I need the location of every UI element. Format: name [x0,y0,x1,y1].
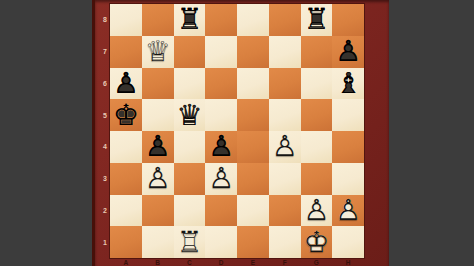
black-pawn-icon: ♟ [145,132,171,161]
square-c3[interactable] [174,163,206,195]
square-e8[interactable] [237,4,269,36]
square-g7[interactable] [301,36,333,68]
white-pawn-outline-icon: ♙ [272,132,298,161]
piece-black-rook-g8[interactable]: ♜♖ [301,4,333,36]
square-d6[interactable] [205,68,237,100]
white-king-icon: ♚ [303,228,329,257]
black-queen-outline-icon: ♕ [176,101,202,130]
white-pawn-icon: ♟ [272,132,298,161]
white-pawn-icon: ♟ [208,164,234,193]
white-pawn-icon: ♟ [145,164,171,193]
square-e5[interactable] [237,99,269,131]
square-g2[interactable]: ♟♙ [301,195,333,227]
square-d2[interactable] [205,195,237,227]
file-label-d: D [205,258,237,266]
square-h2[interactable]: ♟♙ [332,195,364,227]
rank-label-2: 2 [95,195,110,227]
piece-black-pawn-h7[interactable]: ♟♙ [332,36,364,68]
rank-label-5: 5 [95,99,110,131]
square-g4[interactable] [301,131,333,163]
black-rook-outline-icon: ♖ [303,5,329,34]
square-f2[interactable] [269,195,301,227]
square-c1[interactable]: ♜♖ [174,226,206,258]
square-b6[interactable] [142,68,174,100]
rank-label-3: 3 [95,163,110,195]
white-rook-outline-icon: ♖ [176,228,202,257]
piece-black-pawn-d4[interactable]: ♟♙ [205,131,237,163]
square-g5[interactable] [301,99,333,131]
square-f5[interactable] [269,99,301,131]
piece-white-pawn-d3[interactable]: ♟♙ [205,163,237,195]
black-rook-icon: ♜ [303,5,329,34]
square-d5[interactable] [205,99,237,131]
square-b7[interactable]: ♛♕ [142,36,174,68]
square-h5[interactable] [332,99,364,131]
black-pawn-icon: ♟ [113,69,139,98]
black-rook-outline-icon: ♖ [176,5,202,34]
square-e1[interactable] [237,226,269,258]
piece-white-pawn-g2[interactable]: ♟♙ [301,195,333,227]
piece-white-queen-b7[interactable]: ♛♕ [142,36,174,68]
rank-label-6: 6 [95,68,110,100]
square-d3[interactable]: ♟♙ [205,163,237,195]
black-pawn-outline-icon: ♙ [335,37,361,66]
video-letterbox-background: 87654321 ♜♖♜♖♛♕♟♙♟♙♝♗♚♔♛♕♟♙♟♙♟♙♟♙♟♙♟♙♟♙♜… [0,0,474,266]
square-b5[interactable] [142,99,174,131]
square-e4[interactable] [237,131,269,163]
rank-label-1: 1 [95,226,110,258]
square-a1[interactable] [110,226,142,258]
square-c6[interactable] [174,68,206,100]
black-bishop-icon: ♝ [335,69,361,98]
square-b8[interactable] [142,4,174,36]
file-label-g: G [301,258,333,266]
square-a7[interactable] [110,36,142,68]
square-a3[interactable] [110,163,142,195]
piece-white-rook-c1[interactable]: ♜♖ [174,226,206,258]
square-h3[interactable] [332,163,364,195]
square-b4[interactable]: ♟♙ [142,131,174,163]
white-rook-icon: ♜ [176,228,202,257]
square-a4[interactable] [110,131,142,163]
square-e3[interactable] [237,163,269,195]
square-d7[interactable] [205,36,237,68]
square-h4[interactable] [332,131,364,163]
file-label-e: E [237,258,269,266]
black-queen-icon: ♛ [176,101,202,130]
square-c4[interactable] [174,131,206,163]
square-c5[interactable]: ♛♕ [174,99,206,131]
chess-board[interactable]: ♜♖♜♖♛♕♟♙♟♙♝♗♚♔♛♕♟♙♟♙♟♙♟♙♟♙♟♙♟♙♜♖♚♔ [110,4,364,258]
file-label-a: A [110,258,142,266]
black-bishop-outline-icon: ♗ [335,69,361,98]
file-label-h: H [332,258,364,266]
square-e2[interactable] [237,195,269,227]
white-pawn-outline-icon: ♙ [303,196,329,225]
square-h7[interactable]: ♟♙ [332,36,364,68]
square-a2[interactable] [110,195,142,227]
square-h1[interactable] [332,226,364,258]
square-f8[interactable] [269,4,301,36]
square-c7[interactable] [174,36,206,68]
square-c2[interactable] [174,195,206,227]
square-b1[interactable] [142,226,174,258]
piece-white-pawn-h2[interactable]: ♟♙ [332,195,364,227]
square-d8[interactable] [205,4,237,36]
square-a6[interactable]: ♟♙ [110,68,142,100]
black-pawn-outline-icon: ♙ [145,132,171,161]
square-g3[interactable] [301,163,333,195]
square-h6[interactable]: ♝♗ [332,68,364,100]
black-pawn-icon: ♟ [335,37,361,66]
square-e6[interactable] [237,68,269,100]
white-pawn-outline-icon: ♙ [145,164,171,193]
square-a5[interactable]: ♚♔ [110,99,142,131]
rank-label-7: 7 [95,36,110,68]
square-f4[interactable]: ♟♙ [269,131,301,163]
file-label-c: C [174,258,206,266]
rank-label-8: 8 [95,4,110,36]
square-g8[interactable]: ♜♖ [301,4,333,36]
file-labels: ABCDEFGH [110,258,364,266]
black-king-outline-icon: ♔ [113,101,139,130]
white-queen-outline-icon: ♕ [145,37,171,66]
white-pawn-icon: ♟ [335,196,361,225]
piece-black-bishop-h6[interactable]: ♝♗ [332,68,364,100]
square-g1[interactable]: ♚♔ [301,226,333,258]
square-b2[interactable] [142,195,174,227]
piece-white-king-g1[interactable]: ♚♔ [301,226,333,258]
square-f3[interactable] [269,163,301,195]
square-b3[interactable]: ♟♙ [142,163,174,195]
rank-label-4: 4 [95,131,110,163]
square-e7[interactable] [237,36,269,68]
piece-white-pawn-b3[interactable]: ♟♙ [142,163,174,195]
square-g6[interactable] [301,68,333,100]
piece-black-queen-c5[interactable]: ♛♕ [174,99,206,131]
piece-white-pawn-f4[interactable]: ♟♙ [269,131,301,163]
piece-black-king-a5[interactable]: ♚♔ [110,99,142,131]
square-a8[interactable] [110,4,142,36]
square-d4[interactable]: ♟♙ [205,131,237,163]
black-rook-icon: ♜ [176,5,202,34]
black-king-icon: ♚ [113,101,139,130]
rank-labels: 87654321 [95,4,110,258]
piece-black-rook-c8[interactable]: ♜♖ [174,4,206,36]
square-c8[interactable]: ♜♖ [174,4,206,36]
white-pawn-outline-icon: ♙ [335,196,361,225]
white-pawn-icon: ♟ [303,196,329,225]
black-pawn-outline-icon: ♙ [113,69,139,98]
square-d1[interactable] [205,226,237,258]
white-king-outline-icon: ♔ [303,228,329,257]
white-queen-icon: ♛ [145,37,171,66]
square-f6[interactable] [269,68,301,100]
square-f7[interactable] [269,36,301,68]
square-h8[interactable] [332,4,364,36]
piece-black-pawn-a6[interactable]: ♟♙ [110,68,142,100]
file-label-f: F [269,258,301,266]
piece-black-pawn-b4[interactable]: ♟♙ [142,131,174,163]
white-pawn-outline-icon: ♙ [208,164,234,193]
file-label-b: B [142,258,174,266]
chess-board-frame: 87654321 ♜♖♜♖♛♕♟♙♟♙♝♗♚♔♛♕♟♙♟♙♟♙♟♙♟♙♟♙♟♙♜… [92,0,389,266]
black-pawn-icon: ♟ [208,132,234,161]
black-pawn-outline-icon: ♙ [208,132,234,161]
square-f1[interactable] [269,226,301,258]
